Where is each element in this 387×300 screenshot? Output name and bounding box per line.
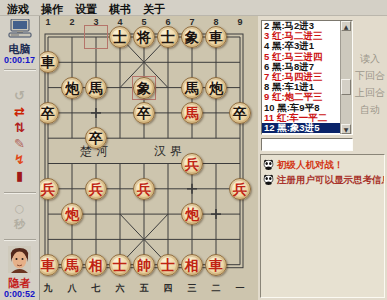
move-row[interactable]: 5 红:马三进四 (262, 52, 343, 62)
piece-red-馬[interactable]: 馬 (181, 102, 203, 124)
top-player-name: 电脑 (9, 43, 31, 55)
piece-black-象[interactable]: 象 (133, 77, 155, 99)
piece-black-士[interactable]: 士 (157, 26, 179, 48)
top-player-clock: 0:00:17 (4, 55, 35, 66)
move-row[interactable]: 2 黑:马2进3 (262, 21, 343, 31)
panda-icon (263, 174, 274, 185)
piece-red-車[interactable]: 車 (40, 254, 59, 276)
move-input-field[interactable] (261, 138, 353, 151)
piece-red-士[interactable]: 士 (109, 254, 131, 276)
circle-icon: ○ (15, 201, 25, 217)
move-row[interactable]: 11 红:车一平二 (262, 113, 343, 123)
move-row[interactable]: 9 红:炮二平三 (262, 92, 343, 102)
sidebar: 电脑 0:00:17 ↺⇄⇅✎↯▮ ○秒 隐者 0:00:52 (0, 16, 40, 300)
swap-sides-icon[interactable]: ⇄ (14, 104, 25, 120)
piece-black-炮[interactable]: 炮 (205, 77, 227, 99)
sidebar-divider (4, 192, 36, 194)
move-row[interactable]: 3 红:马二进三 (262, 31, 343, 41)
undo-icon[interactable]: ↺ (14, 88, 25, 104)
bottom-player-clock: 0:00:52 (4, 289, 35, 300)
piece-red-兵[interactable]: 兵 (133, 178, 155, 200)
button-读入[interactable]: 读入 (360, 54, 380, 64)
button-上回合[interactable]: 上回合 (355, 88, 385, 98)
message: 初级人机对战！ (263, 159, 382, 170)
panda-icon (263, 159, 274, 170)
move-list-scrollbar[interactable]: ▲ ▼ (340, 21, 352, 134)
piece-black-卒[interactable]: 卒 (229, 102, 251, 124)
board: 123456789 九八七六五四三二一 楚河 汉界 士将士象車車炮馬象馬炮卒卒馬… (40, 16, 258, 300)
move-row[interactable]: 4 黑:卒3进1 (262, 41, 343, 51)
scroll-down-icon[interactable]: ▼ (341, 124, 351, 134)
message-text: 初级人机对战！ (277, 159, 344, 170)
piece-red-兵[interactable]: 兵 (181, 153, 203, 175)
piece-red-相[interactable]: 相 (181, 254, 203, 276)
button-下回合[interactable]: 下回合 (355, 71, 385, 81)
info-panel: 初级人机对战！注册用户可以显示思考信息 (260, 154, 385, 298)
status-icons: ○秒 (14, 201, 25, 233)
computer-icon (8, 19, 32, 42)
move-row[interactable]: 8 黑:车1进1 (262, 82, 343, 92)
message: 注册用户可以显示思考信息 (263, 174, 382, 185)
notebook-icon[interactable]: ▮ (16, 168, 23, 184)
message-text: 注册用户可以显示思考信息 (277, 174, 385, 185)
piece-red-帥[interactable]: 帥 (133, 254, 155, 276)
sidebar-divider (4, 69, 36, 71)
sidebar-divider (4, 239, 36, 241)
menu-item-5[interactable]: 关于 (143, 2, 165, 15)
piece-red-炮[interactable]: 炮 (61, 203, 83, 225)
scrollbar-thumb[interactable] (341, 79, 351, 95)
piece-black-将[interactable]: 将 (133, 26, 155, 48)
right-panel: 2 黑:马2进33 红:马二进三4 黑:卒3进15 红:马三进四6 黑:马8进7… (258, 16, 387, 300)
piece-red-相[interactable]: 相 (85, 254, 107, 276)
xiangqi-app-window: { "game": "xiangqi (Chinese chess)", "wi… (0, 0, 387, 300)
piece-red-士[interactable]: 士 (157, 254, 179, 276)
button-column: 读入下回合上回合自动 (355, 54, 385, 115)
piece-red-車[interactable]: 車 (205, 254, 227, 276)
sort-arrows-icon[interactable]: ⇅ (14, 120, 25, 136)
piece-red-兵[interactable]: 兵 (85, 178, 107, 200)
button-自动[interactable]: 自动 (360, 105, 380, 115)
river-label-right: 汉界 (154, 143, 186, 160)
piece-black-馬[interactable]: 馬 (85, 77, 107, 99)
piece-red-馬[interactable]: 馬 (61, 254, 83, 276)
lightning-icon[interactable]: ↯ (14, 152, 25, 168)
piece-red-炮[interactable]: 炮 (181, 203, 203, 225)
menu-item-1[interactable]: 游戏 (7, 2, 29, 15)
piece-black-卒[interactable]: 卒 (133, 102, 155, 124)
move-row[interactable]: 6 黑:马8进7 (262, 62, 343, 72)
piece-black-象[interactable]: 象 (181, 26, 203, 48)
piece-black-車[interactable]: 車 (205, 26, 227, 48)
menu-item-3[interactable]: 设置 (75, 2, 97, 15)
menu-item-2[interactable]: 操作 (41, 2, 63, 15)
menu-bar: 游戏操作设置棋书关于 (0, 0, 387, 16)
piece-black-士[interactable]: 士 (109, 26, 131, 48)
edit-icon[interactable]: ✎ (14, 136, 25, 152)
piece-red-兵[interactable]: 兵 (229, 178, 251, 200)
tool-icons: ↺⇄⇅✎↯▮ (14, 88, 25, 184)
move-highlight (84, 25, 108, 49)
avatar (8, 246, 31, 277)
move-row[interactable]: 10 黑:车9平8 (262, 103, 343, 113)
scroll-up-icon[interactable]: ▲ (341, 21, 351, 31)
seconds-icon: 秒 (14, 217, 25, 233)
piece-black-炮[interactable]: 炮 (61, 77, 83, 99)
piece-black-馬[interactable]: 馬 (181, 77, 203, 99)
menu-item-4[interactable]: 棋书 (109, 2, 131, 15)
move-list: 2 黑:马2进33 红:马二进三4 黑:卒3进15 红:马三进四6 黑:马8进7… (261, 20, 353, 135)
bottom-player-name: 隐者 (9, 277, 31, 289)
move-row[interactable]: 12 黑:象3进5 (262, 123, 343, 133)
move-row[interactable]: 7 红:马四进三 (262, 72, 343, 82)
